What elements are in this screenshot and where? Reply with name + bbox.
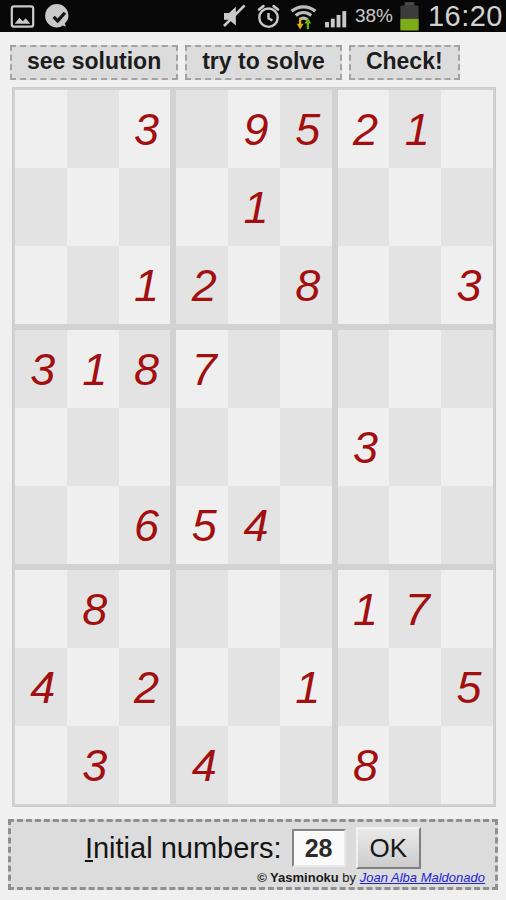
given-digit: 3: [82, 743, 107, 788]
cell-r5c6[interactable]: [280, 408, 332, 486]
cell-r1c3[interactable]: 3: [119, 90, 171, 168]
cell-r1c1[interactable]: [15, 90, 67, 168]
cell-r8c9[interactable]: 5: [441, 648, 493, 726]
cell-r4c7[interactable]: [338, 330, 390, 408]
sudoku-board: 3195128213318675438423141758: [12, 87, 496, 807]
cell-r4c3[interactable]: 8: [119, 330, 171, 408]
cell-r5c2[interactable]: [67, 408, 119, 486]
given-digit: 4: [243, 503, 268, 548]
wifi-down-arrow: [299, 18, 301, 25]
cell-r9c4[interactable]: 4: [176, 726, 228, 804]
cell-r2c9[interactable]: [441, 168, 493, 246]
cell-r1c4[interactable]: [176, 90, 228, 168]
cell-r4c1[interactable]: 3: [15, 330, 67, 408]
cell-r2c1[interactable]: [15, 168, 67, 246]
cell-r2c2[interactable]: [67, 168, 119, 246]
given-digit: 1: [134, 263, 159, 308]
cell-r5c4[interactable]: [176, 408, 228, 486]
cell-r3c3[interactable]: 1: [119, 246, 171, 324]
given-digit: 8: [295, 263, 320, 308]
given-digit: 3: [353, 425, 378, 470]
board-block-6: 3: [338, 330, 493, 564]
cell-r7c2[interactable]: 8: [67, 570, 119, 648]
cell-r9c1[interactable]: [15, 726, 67, 804]
clock-label: 16:20: [426, 0, 503, 33]
given-digit: 9: [243, 107, 268, 152]
credit-line: © Yasminoku by Joan Alba Maldonado: [21, 870, 485, 885]
board-block-9: 1758: [338, 570, 493, 804]
cell-r4c6[interactable]: [280, 330, 332, 408]
board-block-2: 95128: [176, 90, 331, 324]
cell-r6c9[interactable]: [441, 486, 493, 564]
cell-r9c5[interactable]: [228, 726, 280, 804]
battery-percent-label: 38%: [355, 5, 393, 27]
given-digit: 7: [192, 347, 217, 392]
try-to-solve-button[interactable]: try to solve: [185, 45, 342, 80]
cell-r7c9[interactable]: [441, 570, 493, 648]
board-block-8: 14: [176, 570, 331, 804]
cell-r7c3[interactable]: [119, 570, 171, 648]
cell-r3c5[interactable]: [228, 246, 280, 324]
check-circle-icon: [44, 1, 75, 32]
cell-r9c2[interactable]: 3: [67, 726, 119, 804]
accesskey-letter: I: [85, 832, 93, 864]
cell-r8c1[interactable]: 4: [15, 648, 67, 726]
cell-r6c2[interactable]: [67, 486, 119, 564]
alarm-clock-icon: [254, 2, 283, 31]
cell-r2c3[interactable]: [119, 168, 171, 246]
board-block-7: 8423: [15, 570, 170, 804]
copyright-label: © Yasminoku: [257, 870, 339, 885]
cell-r3c2[interactable]: [67, 246, 119, 324]
cell-r6c6[interactable]: [280, 486, 332, 564]
cell-r9c9[interactable]: [441, 726, 493, 804]
given-digit: 7: [405, 587, 430, 632]
given-digit: 1: [353, 587, 378, 632]
cell-r2c4[interactable]: [176, 168, 228, 246]
cell-r9c7[interactable]: 8: [338, 726, 390, 804]
given-digit: 8: [353, 743, 378, 788]
given-digit: 5: [457, 665, 482, 710]
cell-r7c7[interactable]: 1: [338, 570, 390, 648]
given-digit: 6: [134, 503, 159, 548]
by-label: by: [339, 870, 360, 885]
cell-r1c5[interactable]: 9: [228, 90, 280, 168]
battery-icon: [398, 2, 421, 31]
cell-r4c5[interactable]: [228, 330, 280, 408]
given-digit: 1: [82, 347, 107, 392]
label-rest: nitial numbers:: [93, 832, 282, 864]
cell-r6c3[interactable]: 6: [119, 486, 171, 564]
mute-icon: [219, 1, 249, 31]
given-digit: 5: [295, 107, 320, 152]
cell-r3c1[interactable]: [15, 246, 67, 324]
cell-r7c6[interactable]: [280, 570, 332, 648]
cell-r4c4[interactable]: 7: [176, 330, 228, 408]
cell-r4c9[interactable]: [441, 330, 493, 408]
cell-r8c7[interactable]: [338, 648, 390, 726]
given-digit: 1: [243, 185, 268, 230]
cell-r1c7[interactable]: 2: [338, 90, 390, 168]
cell-r5c7[interactable]: 3: [338, 408, 390, 486]
initial-numbers-panel: Initial numbers: OK © Yasminoku by Joan …: [8, 819, 498, 890]
ok-button[interactable]: OK: [356, 827, 422, 869]
given-digit: 1: [295, 665, 320, 710]
cell-r5c8[interactable]: [389, 408, 441, 486]
given-digit: 2: [353, 107, 378, 152]
cell-r5c1[interactable]: [15, 408, 67, 486]
cell-r7c5[interactable]: [228, 570, 280, 648]
cell-r2c8[interactable]: [389, 168, 441, 246]
cell-r6c1[interactable]: [15, 486, 67, 564]
given-digit: 4: [30, 665, 55, 710]
cell-r1c9[interactable]: [441, 90, 493, 168]
notification-icons: [8, 1, 75, 32]
cell-r2c7[interactable]: [338, 168, 390, 246]
cell-r6c4[interactable]: 5: [176, 486, 228, 564]
cell-r3c7[interactable]: [338, 246, 390, 324]
given-digit: 5: [192, 503, 217, 548]
cell-r9c3[interactable]: [119, 726, 171, 804]
cell-r8c2[interactable]: [67, 648, 119, 726]
signal-strength-icon: [324, 3, 350, 29]
cell-r3c4[interactable]: 2: [176, 246, 228, 324]
cell-r8c3[interactable]: 2: [119, 648, 171, 726]
gallery-icon: [8, 3, 37, 30]
toolbar: see solution try to solve Check!: [10, 45, 506, 80]
cell-r3c8[interactable]: [389, 246, 441, 324]
given-digit: 8: [82, 587, 107, 632]
cell-r1c6[interactable]: 5: [280, 90, 332, 168]
board-block-1: 31: [15, 90, 170, 324]
cell-r2c6[interactable]: [280, 168, 332, 246]
cell-r8c5[interactable]: [228, 648, 280, 726]
board-block-5: 754: [176, 330, 331, 564]
cell-r7c8[interactable]: 7: [389, 570, 441, 648]
cell-r1c8[interactable]: 1: [389, 90, 441, 168]
cell-r4c8[interactable]: [389, 330, 441, 408]
cell-r3c6[interactable]: 8: [280, 246, 332, 324]
board-block-3: 213: [338, 90, 493, 324]
cell-r9c8[interactable]: [389, 726, 441, 804]
given-digit: 3: [30, 347, 55, 392]
see-solution-button[interactable]: see solution: [10, 45, 178, 80]
cell-r8c8[interactable]: [389, 648, 441, 726]
wifi-sync-icon: [288, 1, 319, 31]
cell-r6c5[interactable]: 4: [228, 486, 280, 564]
given-digit: 2: [192, 263, 217, 308]
given-digit: 8: [134, 347, 159, 392]
check-button[interactable]: Check!: [349, 45, 460, 80]
cell-r5c3[interactable]: [119, 408, 171, 486]
initial-numbers-input[interactable]: [292, 829, 346, 867]
given-digit: 2: [134, 665, 159, 710]
cell-r8c6[interactable]: 1: [280, 648, 332, 726]
cell-r2c5[interactable]: 1: [228, 168, 280, 246]
cell-r8c4[interactable]: [176, 648, 228, 726]
given-digit: 3: [134, 107, 159, 152]
cell-r1c2[interactable]: [67, 90, 119, 168]
cell-r3c9[interactable]: 3: [441, 246, 493, 324]
given-digit: 1: [405, 107, 430, 152]
given-digit: 3: [457, 263, 482, 308]
cell-r9c6[interactable]: [280, 726, 332, 804]
cell-r7c4[interactable]: [176, 570, 228, 648]
board-block-4: 3186: [15, 330, 170, 564]
cell-r4c2[interactable]: 1: [67, 330, 119, 408]
cell-r6c7[interactable]: [338, 486, 390, 564]
initial-numbers-label: Initial numbers:: [85, 832, 282, 865]
cell-r7c1[interactable]: [15, 570, 67, 648]
author-link[interactable]: Joan Alba Maldonado: [360, 870, 485, 885]
given-digit: 4: [192, 743, 217, 788]
cell-r6c8[interactable]: [389, 486, 441, 564]
cell-r5c5[interactable]: [228, 408, 280, 486]
status-bar: 38% 16:20: [0, 0, 506, 32]
cell-r5c9[interactable]: [441, 408, 493, 486]
